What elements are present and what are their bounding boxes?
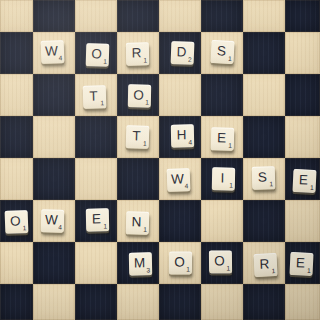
square-r1c5: S1 [201,32,243,74]
tile-letter: O [133,88,144,102]
tile-value: 4 [184,183,188,190]
tile-letter: O [214,254,225,268]
square-r3c1 [33,116,75,158]
tile-letter: H [176,128,186,142]
tile-value: 1 [310,184,314,191]
scrabble-tile-n: N1 [125,211,149,235]
tile-value: 4 [58,55,62,62]
scrabble-tile-s: S1 [251,166,275,190]
tile-value: 1 [229,182,233,189]
square-r6c5: O1 [201,242,243,284]
square-r1c4: D2 [159,32,201,74]
tile-letter: M [133,256,144,270]
square-r6c2 [75,242,117,284]
scrabble-tile-h: H4 [170,124,193,147]
square-r6c0 [0,242,33,284]
square-r1c6 [243,32,285,74]
scrabble-tile-r: R1 [125,42,148,65]
tile-letter: O [91,47,102,61]
tile-value: 1 [269,181,273,188]
square-r6c4: O1 [159,242,201,284]
scrabble-tile-t: T1 [82,85,106,109]
square-r1c1: W4 [33,32,75,74]
tile-letter: O [10,214,21,228]
square-r2c0 [0,74,33,116]
square-r7c5 [201,284,243,320]
tile-letter: E [296,256,306,270]
scrabble-tile-o: O1 [127,84,150,107]
scrabble-tile-o: O1 [168,251,191,274]
tile-value: 1 [226,265,230,272]
tile-letter: W [170,172,183,186]
square-r4c0 [0,158,33,200]
square-r4c2 [75,158,117,200]
square-r3c5: E1 [201,116,243,158]
square-r2c1 [33,74,75,116]
scrabble-tile-m: M3 [128,252,151,275]
square-r2c3: O1 [117,74,159,116]
tile-value: 4 [188,139,192,146]
square-r6c1 [33,242,75,284]
square-r4c4: W4 [159,158,201,200]
square-r0c0 [0,0,33,32]
square-r7c3 [117,284,159,320]
scrabble-tile-e: E1 [210,127,234,151]
square-r5c7 [285,200,320,242]
square-r2c6 [243,74,285,116]
square-r3c6 [243,116,285,158]
square-r3c0 [0,116,33,158]
square-r4c6: S1 [243,158,285,200]
square-r4c3 [117,158,159,200]
tile-letter: T [89,89,98,103]
tile-letter: I [220,171,224,185]
tile-value: 1 [103,58,107,65]
square-r1c2: O1 [75,32,117,74]
tile-letter: E [216,131,225,145]
tile-value: 4 [58,224,62,231]
square-r5c3: N1 [117,200,159,242]
square-r4c5: I1 [201,158,243,200]
square-r1c3: R1 [117,32,159,74]
square-r0c3 [117,0,159,32]
square-r5c5 [201,200,243,242]
square-r6c6: R1 [243,242,285,284]
scrabble-tile-o: O1 [85,43,109,67]
scrabble-tile-s: S1 [210,39,234,63]
checkerboard: W4O1R1D2S1T1O1T1H4E1W4I1S1E1O1W4E1N1M3O1… [0,0,320,320]
scrabble-tile-o: O1 [5,210,29,234]
square-r0c4 [159,0,201,32]
tile-value: 3 [146,267,150,274]
square-r5c2: E1 [75,200,117,242]
square-r0c7 [285,0,320,32]
tile-value: 1 [227,55,231,62]
square-r0c6 [243,0,285,32]
scrabble-tile-w: W4 [40,209,63,232]
square-r7c4 [159,284,201,320]
square-r1c7 [285,32,320,74]
square-r3c2 [75,116,117,158]
tile-letter: S [216,44,226,58]
tile-value: 1 [22,225,26,232]
tile-value: 1 [143,57,147,64]
square-r6c7: E1 [285,242,320,284]
tile-letter: W [45,213,58,227]
scrabble-tile-e: E1 [290,252,314,276]
square-r5c6 [243,200,285,242]
tile-value: 2 [188,56,192,63]
tile-value: 1 [143,226,147,233]
square-r7c1 [33,284,75,320]
scrabble-tile-t: T1 [125,125,149,149]
scrabble-tile-w: W4 [40,40,64,64]
tile-letter: R [131,46,141,60]
square-r0c5 [201,0,243,32]
scrabble-tile-i: I1 [211,167,234,190]
tile-letter: R [259,257,269,271]
square-r5c0: O1 [0,200,33,242]
square-r2c4 [159,74,201,116]
square-r2c7 [285,74,320,116]
square-r1c0 [0,32,33,74]
square-r3c4: H4 [159,116,201,158]
tile-letter: N [131,215,141,229]
square-r4c1 [33,158,75,200]
scrabble-tile-d: D2 [170,41,194,65]
tile-value: 1 [100,100,104,107]
tile-value: 1 [228,142,232,149]
square-r5c4 [159,200,201,242]
square-r7c0 [0,284,33,320]
square-r4c7: E1 [285,158,320,200]
square-r2c2: T1 [75,74,117,116]
square-r7c2 [75,284,117,320]
tile-letter: S [257,170,266,184]
tile-letter: E [91,212,100,226]
square-r3c3: T1 [117,116,159,158]
square-r5c1: W4 [33,200,75,242]
square-r0c1 [33,0,75,32]
scrabble-tile-e: E1 [85,208,108,231]
tile-letter: O [174,255,185,269]
scrabble-tile-w: W4 [166,168,190,192]
tile-value: 1 [271,268,275,275]
scrabble-tile-o: O1 [208,250,231,273]
tile-letter: D [176,45,186,59]
tile-letter: W [44,44,57,58]
scrabble-tile-e: E1 [293,169,317,193]
tile-value: 1 [103,223,107,230]
square-r3c7 [285,116,320,158]
scrabble-tile-r: R1 [253,253,277,277]
square-r2c5 [201,74,243,116]
square-r0c2 [75,0,117,32]
tile-value: 1 [145,99,149,106]
tile-letter: T [132,129,141,143]
square-r7c6 [243,284,285,320]
tile-value: 1 [143,140,147,147]
tile-letter: E [299,173,309,187]
tile-value: 1 [186,266,190,273]
square-r6c3: M3 [117,242,159,284]
square-r7c7 [285,284,320,320]
tile-value: 1 [307,267,311,274]
